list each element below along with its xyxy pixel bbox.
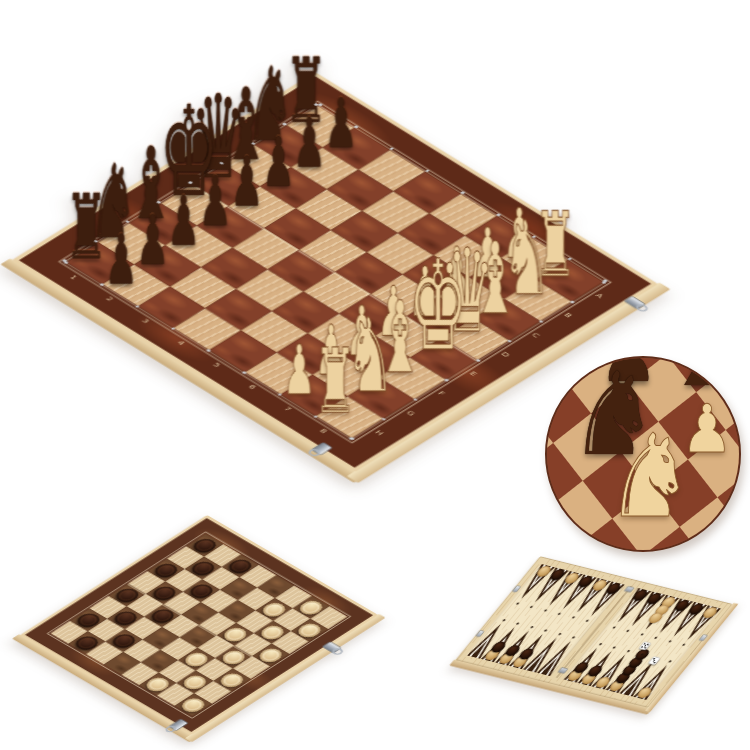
pip-dot xyxy=(598,643,602,646)
pip-dot xyxy=(626,630,630,633)
pip-dot xyxy=(668,660,672,663)
checkers-squares-grid xyxy=(51,534,348,716)
pip-dot xyxy=(544,629,548,632)
pip-dot xyxy=(502,619,506,622)
checkers-board xyxy=(20,515,378,735)
pip-dot xyxy=(612,646,616,649)
pip-dot xyxy=(572,636,576,639)
pip-dot xyxy=(515,602,519,605)
pip-dot xyxy=(654,637,658,640)
pip-dot xyxy=(516,622,520,625)
pip-dot xyxy=(558,633,562,636)
pip-dot xyxy=(530,626,534,629)
pip-dot xyxy=(640,633,644,636)
chess-squares-grid: ♜♟♟♜♞♟♟♞♝♟♟♝♛♟♟♛♚♟♟♚♝♟♟♝♞♟♟♞♜♟♟♜ xyxy=(67,106,603,438)
zoom-inset-circle: ♟♝♞♟♞ xyxy=(545,356,741,552)
pip-dot xyxy=(585,620,589,623)
pip-dot xyxy=(543,609,547,612)
pip-dot xyxy=(571,616,575,619)
pip-dot xyxy=(612,626,616,629)
pip-dot xyxy=(668,640,672,643)
pip-dot xyxy=(682,644,686,647)
pip-dot xyxy=(557,613,561,616)
pip-dot xyxy=(529,606,533,609)
backgammon-board xyxy=(455,556,733,708)
product-photo-canvas: ♜♟♟♜♞♟♟♞♝♟♟♝♛♟♟♛♚♟♟♚♝♟♟♝♞♟♟♞♜♟♟♜ 1234567… xyxy=(0,0,750,750)
pip-dot xyxy=(626,650,630,653)
inset-light-knight: ♞ xyxy=(605,419,695,534)
